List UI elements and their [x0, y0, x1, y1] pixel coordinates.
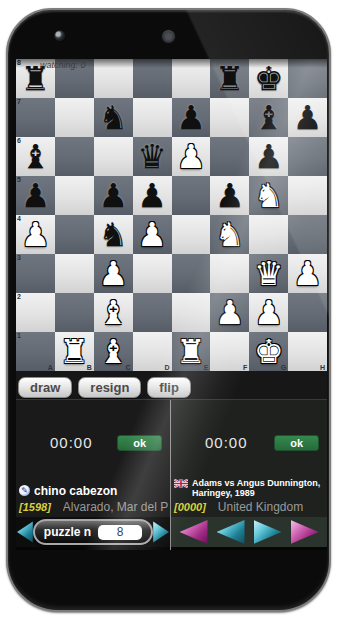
right-ok-button[interactable]: ok — [274, 435, 319, 451]
square-g7[interactable]: ♝ — [249, 98, 288, 137]
black-bishop[interactable]: ♝ — [21, 138, 51, 176]
white-pawn[interactable]: ♟ — [98, 255, 128, 293]
right-clock-row: 00:00 ok — [171, 431, 327, 454]
white-bishop[interactable]: ♝ — [98, 333, 128, 371]
square-d1[interactable]: D — [133, 332, 172, 371]
black-pawn[interactable]: ♟ — [137, 177, 167, 215]
right-player-rating: [0000] — [174, 501, 206, 513]
square-e1[interactable]: E♜ — [172, 332, 211, 371]
puzzle-label: puzzle n — [44, 525, 91, 539]
square-f3[interactable] — [210, 254, 249, 293]
phone-frame: 8♜♜♚7♞♟♝♟6♝♛♟♟5♟♟♟♟♞4♟♞♟♞3♟♛♟2♝♟♟1AB♜C♝D… — [6, 8, 331, 612]
white-pawn[interactable]: ♟ — [254, 294, 284, 332]
draw-button[interactable]: draw — [18, 377, 72, 398]
screenshot: 8♜♜♚7♞♟♝♟6♝♛♟♟5♟♟♟♟♞4♟♞♟♞3♟♛♟2♝♟♟1AB♜C♝D… — [0, 0, 337, 617]
square-e2[interactable] — [172, 293, 211, 332]
square-e5[interactable] — [172, 176, 211, 215]
app-screen: 8♜♜♚7♞♟♝♟6♝♛♟♟5♟♟♟♟♞4♟♞♟♞3♟♛♟2♝♟♟1AB♜C♝D… — [16, 59, 327, 550]
square-a2[interactable]: 2 — [16, 293, 55, 332]
left-ok-button[interactable]: ok — [117, 435, 162, 451]
last-move-arrow[interactable] — [291, 520, 319, 545]
black-knight[interactable]: ♞ — [98, 216, 128, 254]
square-g5[interactable]: ♞ — [249, 176, 288, 215]
black-king[interactable]: ♚ — [254, 60, 284, 98]
square-a4[interactable]: 4♟ — [16, 215, 55, 254]
black-pawn[interactable]: ♟ — [98, 177, 128, 215]
white-rook[interactable]: ♜ — [176, 333, 206, 371]
square-b7[interactable] — [55, 98, 94, 137]
square-c1[interactable]: C♝ — [94, 332, 133, 371]
right-player-location: United Kingdom — [218, 500, 303, 514]
square-c3[interactable]: ♟ — [94, 254, 133, 293]
forward-move-arrow[interactable] — [254, 520, 282, 545]
square-f8[interactable]: ♜ — [210, 59, 249, 98]
rank-label: 4 — [17, 215, 21, 222]
square-g3[interactable]: ♛ — [249, 254, 288, 293]
flip-button[interactable]: flip — [147, 377, 191, 398]
back-move-arrow[interactable] — [217, 520, 245, 545]
black-pawn[interactable]: ♟ — [215, 177, 245, 215]
black-bishop[interactable]: ♝ — [254, 99, 284, 137]
left-player-panel: 00:00 ok ✎ chino cabezon [1598] Alvarado… — [16, 400, 170, 550]
file-label: D — [164, 364, 169, 371]
square-b5[interactable] — [55, 176, 94, 215]
square-g8[interactable]: ♚ — [249, 59, 288, 98]
first-move-arrow[interactable] — [180, 520, 208, 545]
square-h6[interactable] — [288, 137, 327, 176]
left-player-info: ✎ chino cabezon [1598] Alvarado, Mar del… — [16, 475, 170, 515]
file-label: A — [48, 364, 53, 371]
square-b2[interactable] — [55, 293, 94, 332]
puzzle-number-input[interactable] — [98, 525, 142, 540]
bottom-strip — [16, 547, 170, 550]
square-f4[interactable]: ♞ — [210, 215, 249, 254]
square-f7[interactable] — [210, 98, 249, 137]
file-label: H — [320, 364, 325, 371]
white-bishop[interactable]: ♝ — [98, 294, 128, 332]
black-pawn[interactable]: ♟ — [21, 177, 51, 215]
uk-flag-icon — [174, 479, 188, 488]
square-f1[interactable]: F — [210, 332, 249, 371]
square-a5[interactable]: 5♟ — [16, 176, 55, 215]
square-h8[interactable] — [288, 59, 327, 98]
resign-button[interactable]: resign — [78, 377, 141, 398]
left-clock: 00:00 — [50, 434, 93, 451]
white-rook[interactable]: ♜ — [60, 333, 90, 371]
watching-count-label: watching: 0 — [40, 60, 86, 70]
player-panels: 00:00 ok ✎ chino cabezon [1598] Alvarado… — [16, 399, 327, 550]
square-g4[interactable] — [249, 215, 288, 254]
rank-label: 1 — [17, 332, 21, 339]
white-queen[interactable]: ♛ — [254, 255, 284, 293]
square-a7[interactable]: 7 — [16, 98, 55, 137]
square-h4[interactable] — [288, 215, 327, 254]
square-g2[interactable]: ♟ — [249, 293, 288, 332]
square-h5[interactable] — [288, 176, 327, 215]
white-pawn[interactable]: ♟ — [293, 255, 323, 293]
square-b3[interactable] — [55, 254, 94, 293]
white-pawn[interactable]: ♟ — [215, 294, 245, 332]
square-b6[interactable] — [55, 137, 94, 176]
rank-label: 6 — [17, 137, 21, 144]
square-h2[interactable] — [288, 293, 327, 332]
black-knight[interactable]: ♞ — [98, 99, 128, 137]
square-h7[interactable]: ♟ — [288, 98, 327, 137]
black-queen[interactable]: ♛ — [137, 138, 167, 176]
square-d7[interactable] — [133, 98, 172, 137]
black-pawn[interactable]: ♟ — [254, 138, 284, 176]
white-pawn[interactable]: ♟ — [21, 216, 51, 254]
white-knight[interactable]: ♞ — [215, 216, 245, 254]
square-c6[interactable] — [94, 137, 133, 176]
square-d2[interactable] — [133, 293, 172, 332]
square-f6[interactable] — [210, 137, 249, 176]
left-player-name: chino cabezon — [34, 484, 117, 498]
rank-label: 8 — [17, 59, 21, 66]
square-e8[interactable] — [172, 59, 211, 98]
edit-badge-icon: ✎ — [19, 485, 30, 496]
square-f5[interactable]: ♟ — [210, 176, 249, 215]
square-e3[interactable] — [172, 254, 211, 293]
move-nav-row — [171, 517, 327, 547]
square-c2[interactable]: ♝ — [94, 293, 133, 332]
white-knight[interactable]: ♞ — [254, 177, 284, 215]
file-label: B — [87, 364, 92, 371]
square-e4[interactable] — [172, 215, 211, 254]
white-pawn[interactable]: ♟ — [137, 216, 167, 254]
square-a3[interactable]: 3 — [16, 254, 55, 293]
file-label: G — [281, 364, 286, 371]
square-g1[interactable]: G♚ — [249, 332, 288, 371]
square-c5[interactable]: ♟ — [94, 176, 133, 215]
square-h3[interactable]: ♟ — [288, 254, 327, 293]
puzzle-selector[interactable]: puzzle n — [33, 519, 153, 545]
toolbar: draw resign flip — [16, 371, 327, 399]
right-clock: 00:00 — [205, 434, 248, 451]
white-king[interactable]: ♚ — [254, 333, 284, 371]
speaker-icon — [161, 29, 176, 44]
right-player-info: Adams vs Angus Dunnington, Haringey, 198… — [171, 475, 327, 515]
square-h1[interactable]: H — [288, 332, 327, 371]
square-d5[interactable]: ♟ — [133, 176, 172, 215]
square-f2[interactable]: ♟ — [210, 293, 249, 332]
file-label: C — [126, 364, 131, 371]
black-pawn[interactable]: ♟ — [176, 99, 206, 137]
black-pawn[interactable]: ♟ — [293, 99, 323, 137]
square-b1[interactable]: B♜ — [55, 332, 94, 371]
puzzle-nav-row: puzzle n — [16, 517, 170, 547]
front-camera-icon — [54, 30, 65, 41]
square-b4[interactable] — [55, 215, 94, 254]
square-d3[interactable] — [133, 254, 172, 293]
rank-label: 5 — [17, 176, 21, 183]
square-d6[interactable]: ♛ — [133, 137, 172, 176]
left-player-rating: [1598] — [19, 501, 51, 513]
square-e6[interactable]: ♟ — [172, 137, 211, 176]
rank-label: 2 — [17, 293, 21, 300]
left-clock-row: 00:00 ok — [16, 431, 170, 454]
bottom-strip — [171, 547, 327, 550]
board: 8♜♜♚7♞♟♝♟6♝♛♟♟5♟♟♟♟♞4♟♞♟♞3♟♛♟2♝♟♟1AB♜C♝D… — [16, 59, 327, 371]
right-player-name: Adams vs Angus Dunnington, Haringey, 198… — [192, 478, 325, 498]
file-label: E — [204, 364, 209, 371]
rank-label: 3 — [17, 254, 21, 261]
square-c7[interactable]: ♞ — [94, 98, 133, 137]
rank-label: 7 — [17, 98, 21, 105]
next-puzzle-arrow[interactable] — [153, 521, 169, 543]
square-c8[interactable] — [94, 59, 133, 98]
right-player-panel: 00:00 ok Adams vs Angus — [170, 400, 327, 550]
file-label: F — [243, 364, 247, 371]
square-d8[interactable] — [133, 59, 172, 98]
square-g6[interactable]: ♟ — [249, 137, 288, 176]
white-pawn[interactable]: ♟ — [176, 138, 206, 176]
left-player-location: Alvarado, Mar del Plata — [63, 500, 168, 514]
square-a6[interactable]: 6♝ — [16, 137, 55, 176]
square-e7[interactable]: ♟ — [172, 98, 211, 137]
black-rook[interactable]: ♜ — [215, 60, 245, 98]
prev-puzzle-arrow[interactable] — [17, 521, 33, 543]
square-d4[interactable]: ♟ — [133, 215, 172, 254]
square-c4[interactable]: ♞ — [94, 215, 133, 254]
square-a1[interactable]: 1A — [16, 332, 55, 371]
